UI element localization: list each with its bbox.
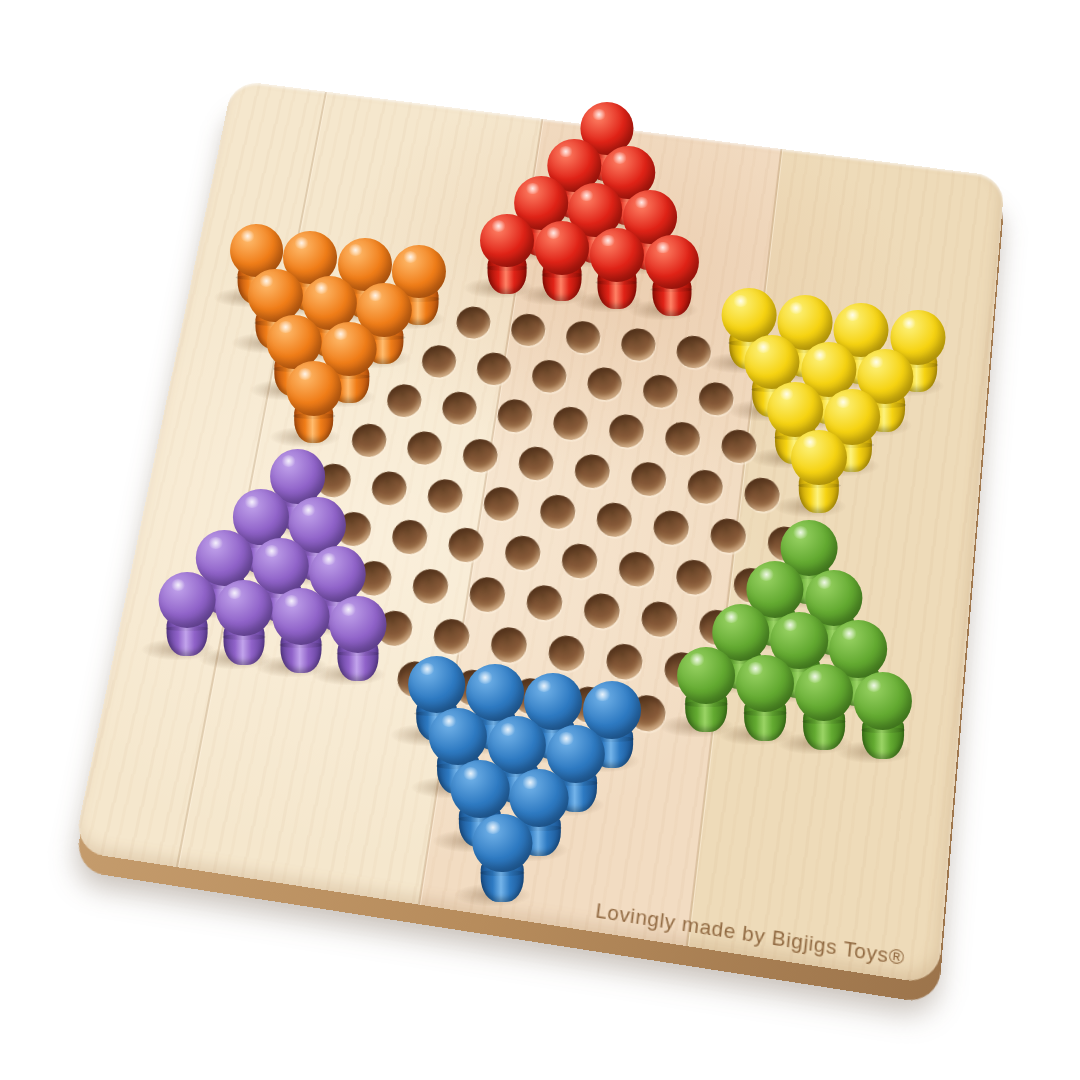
peg-purple[interactable] (159, 572, 216, 657)
peg-head (535, 221, 589, 275)
peg-green[interactable] (677, 647, 735, 734)
peg-head (768, 382, 824, 437)
peg-head (429, 708, 487, 766)
hole-r9-c8[interactable] (709, 517, 748, 555)
peg-head (795, 664, 853, 722)
hole-r11-c8[interactable] (640, 600, 679, 639)
peg-head (272, 588, 329, 644)
hole-r6-c4[interactable] (420, 343, 459, 379)
peg-orange[interactable] (286, 361, 341, 444)
peg-green[interactable] (854, 672, 912, 759)
peg-purple[interactable] (215, 580, 272, 665)
hole-r12-c7[interactable] (547, 633, 587, 673)
hole-r10-c6[interactable] (560, 542, 599, 581)
hole-r12-c5[interactable] (431, 617, 471, 656)
peg-red[interactable] (644, 235, 698, 316)
peg-head (473, 814, 532, 873)
peg-head (791, 430, 847, 486)
hole-r7-c8[interactable] (663, 420, 701, 457)
peg-green[interactable] (795, 664, 853, 751)
peg-head (408, 656, 466, 713)
hole-r6-c5[interactable] (475, 351, 513, 387)
hole-r12-c8[interactable] (604, 642, 644, 682)
hole-r7-c5[interactable] (496, 397, 535, 434)
hole-r7-c4[interactable] (440, 390, 479, 427)
hole-r11-c4[interactable] (410, 567, 450, 606)
peg-head (677, 647, 735, 704)
hole-r11-c5[interactable] (467, 575, 507, 614)
hole-r8-c3[interactable] (405, 429, 444, 466)
hole-r10-c8[interactable] (674, 558, 713, 597)
peg-head (854, 672, 912, 730)
hole-r10-c4[interactable] (446, 526, 486, 564)
hole-r10-c7[interactable] (617, 550, 656, 589)
scene: Lovingly made by Bigjigs Toys® (0, 0, 1080, 1080)
hole-r8-c6[interactable] (573, 452, 612, 489)
hole-r5-c7[interactable] (564, 319, 602, 355)
hole-r8-c7[interactable] (629, 460, 668, 498)
peg-yellow[interactable] (791, 430, 847, 514)
peg-green[interactable] (736, 655, 794, 742)
peg-head (286, 361, 341, 416)
peg-head (329, 596, 386, 653)
peg-purple[interactable] (329, 596, 386, 682)
hole-r10-c3[interactable] (390, 518, 430, 556)
peg-blue[interactable] (473, 814, 532, 903)
hole-r6-c7[interactable] (585, 366, 623, 402)
hole-r10-c5[interactable] (503, 534, 542, 572)
hole-r8-c5[interactable] (517, 445, 556, 482)
hole-r11-c7[interactable] (582, 591, 622, 630)
hole-r5-c6[interactable] (509, 312, 547, 348)
peg-red[interactable] (535, 221, 589, 302)
peg-head (215, 580, 272, 636)
hole-r9-c2[interactable] (369, 470, 409, 508)
hole-r7-c3[interactable] (385, 382, 424, 419)
peg-head (159, 572, 216, 628)
peg-red[interactable] (590, 228, 644, 309)
hole-r6-c6[interactable] (530, 358, 568, 394)
peg-head (451, 760, 510, 818)
hole-r9-c7[interactable] (652, 509, 691, 547)
peg-red[interactable] (480, 214, 534, 295)
peg-head (480, 214, 534, 267)
peg-head (590, 228, 644, 282)
hole-r7-c6[interactable] (551, 405, 590, 442)
hole-r5-c8[interactable] (619, 327, 657, 363)
hole-r12-c6[interactable] (489, 625, 529, 665)
hole-r6-c8[interactable] (641, 373, 679, 410)
hole-r5-c5[interactable] (454, 305, 492, 341)
peg-head (644, 235, 698, 289)
hole-r11-c6[interactable] (525, 583, 565, 622)
hole-r9-c5[interactable] (538, 493, 577, 531)
hole-r9-c6[interactable] (595, 501, 634, 539)
hole-r9-c3[interactable] (425, 477, 464, 515)
hole-r8-c4[interactable] (461, 437, 500, 474)
peg-purple[interactable] (272, 588, 329, 673)
hole-r8-c8[interactable] (686, 468, 725, 506)
hole-r8-c2[interactable] (349, 422, 388, 459)
hole-r7-c7[interactable] (607, 413, 645, 450)
hole-r9-c4[interactable] (482, 485, 521, 523)
peg-head (736, 655, 794, 712)
